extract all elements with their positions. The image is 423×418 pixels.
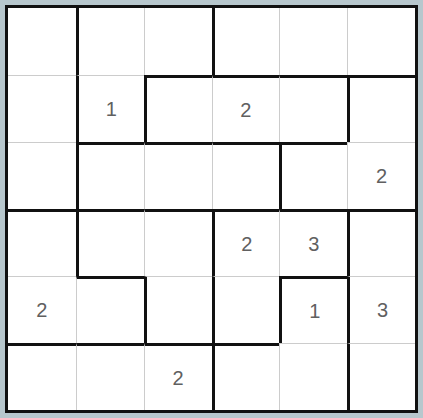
cell-r3c1[interactable] [8, 142, 76, 209]
cell-r3c2[interactable] [76, 142, 144, 209]
cell-r3c4[interactable] [212, 142, 280, 209]
cell-r5c1[interactable]: 2 [8, 276, 76, 343]
cell-r1c4[interactable] [212, 8, 280, 75]
cell-r1c1[interactable] [8, 8, 76, 75]
given-number: 3 [377, 300, 388, 320]
cell-r4c5[interactable]: 3 [279, 209, 347, 276]
cell-r6c3[interactable]: 2 [144, 343, 212, 410]
cell-r4c2[interactable] [76, 209, 144, 276]
puzzle-board-frame: 122232132 [0, 0, 423, 418]
cell-r6c2[interactable] [76, 343, 144, 410]
cell-r4c1[interactable] [8, 209, 76, 276]
given-number: 2 [240, 100, 251, 120]
puzzle-grid: 122232132 [5, 5, 418, 413]
cell-r2c6[interactable] [347, 75, 415, 142]
cell-r3c6[interactable]: 2 [347, 142, 415, 209]
cell-r2c5[interactable] [279, 75, 347, 142]
given-number: 2 [241, 234, 252, 254]
cell-r5c4[interactable] [212, 276, 280, 343]
cell-r2c2[interactable]: 1 [76, 75, 144, 142]
cell-r1c6[interactable] [347, 8, 415, 75]
given-number: 1 [309, 301, 320, 321]
cell-r5c6[interactable]: 3 [347, 276, 415, 343]
given-number: 2 [173, 368, 184, 388]
cell-r2c3[interactable] [144, 75, 212, 142]
cell-r1c2[interactable] [76, 8, 144, 75]
given-number: 3 [308, 234, 319, 254]
cell-r1c5[interactable] [279, 8, 347, 75]
cell-r5c2[interactable] [76, 276, 144, 343]
cell-r6c5[interactable] [279, 343, 347, 410]
cell-r4c6[interactable] [347, 209, 415, 276]
cell-r5c3[interactable] [144, 276, 212, 343]
given-number: 1 [106, 99, 117, 119]
cell-r3c5[interactable] [279, 142, 347, 209]
cell-r1c3[interactable] [144, 8, 212, 75]
cell-r4c4[interactable]: 2 [212, 209, 280, 276]
given-number: 2 [376, 166, 387, 186]
cell-r6c6[interactable] [347, 343, 415, 410]
cell-r2c1[interactable] [8, 75, 76, 142]
cell-r2c4[interactable]: 2 [212, 75, 280, 142]
given-number: 2 [36, 300, 47, 320]
cell-r6c1[interactable] [8, 343, 76, 410]
cell-r4c3[interactable] [144, 209, 212, 276]
cell-r5c5[interactable]: 1 [279, 276, 347, 343]
cell-r3c3[interactable] [144, 142, 212, 209]
cell-r6c4[interactable] [212, 343, 280, 410]
